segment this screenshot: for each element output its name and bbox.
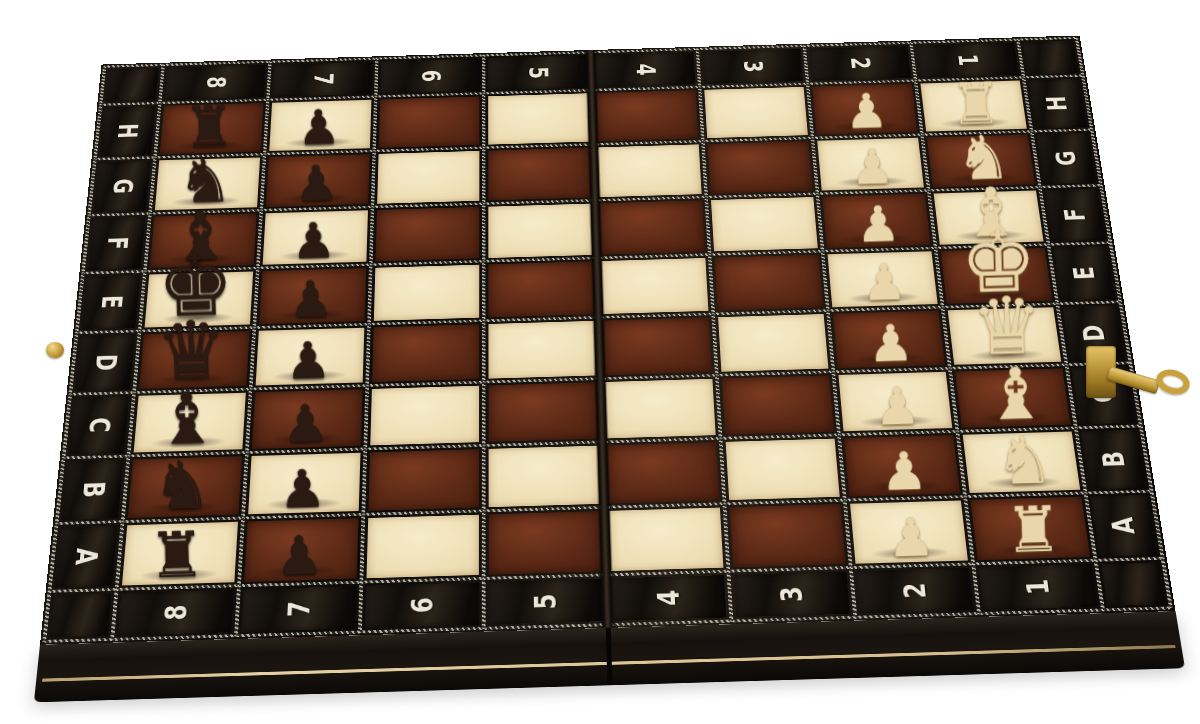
square-c6[interactable] — [370, 386, 479, 446]
piece-white-bishop-c1[interactable]: ♝ — [960, 357, 1071, 431]
square-f3[interactable] — [711, 197, 818, 251]
piece-white-pawn-a2[interactable]: ♟ — [854, 510, 968, 567]
coordinate-label: 6 — [417, 70, 443, 83]
coordinate-label: A — [1108, 517, 1140, 535]
square-g6[interactable] — [377, 151, 479, 204]
square-d7[interactable]: ♟ — [256, 328, 365, 386]
square-h4[interactable] — [596, 90, 698, 141]
square-g2[interactable]: ♟ — [817, 138, 924, 191]
coordinate-label: 7 — [309, 73, 336, 86]
square-a6[interactable] — [366, 515, 478, 579]
rank-label-bottom-6: 6 — [365, 582, 479, 628]
file-label-left-e: E — [82, 275, 140, 330]
coordinate-label: 5 — [530, 593, 560, 610]
square-d3[interactable] — [718, 314, 828, 372]
rank-label-bottom-5: 5 — [489, 579, 603, 625]
rank-label-top-3: 3 — [702, 49, 803, 84]
frame-corner — [1101, 562, 1165, 606]
coordinate-label: 8 — [202, 76, 229, 89]
piece-black-pawn-b7[interactable]: ♟ — [246, 462, 358, 518]
file-label-left-g: G — [94, 161, 150, 213]
coordinate-label: G — [108, 178, 136, 194]
coordinate-label: F — [103, 236, 131, 250]
coordinate-label: E — [1069, 266, 1099, 280]
square-h7[interactable]: ♟ — [269, 100, 371, 151]
coordinate-label: A — [71, 547, 102, 565]
rank-label-top-7: 7 — [272, 62, 372, 97]
rank-label-bottom-7: 7 — [241, 586, 356, 632]
square-c4[interactable] — [605, 379, 716, 439]
piece-black-pawn-c7[interactable]: ♟ — [250, 397, 360, 452]
piece-white-pawn-g2[interactable]: ♟ — [821, 142, 925, 193]
coordinate-label: 2 — [846, 57, 873, 70]
square-g5[interactable] — [488, 148, 590, 201]
piece-white-pawn-f2[interactable]: ♟ — [826, 198, 931, 250]
square-h3[interactable] — [704, 87, 808, 138]
file-label-right-a: A — [1091, 495, 1157, 557]
piece-white-pawn-b2[interactable]: ♟ — [848, 444, 960, 500]
square-f6[interactable] — [376, 207, 480, 261]
rank-label-top-6: 6 — [380, 58, 479, 93]
square-b7[interactable]: ♟ — [248, 453, 360, 515]
square-d5[interactable] — [488, 321, 595, 379]
square-a3[interactable] — [730, 504, 846, 567]
rank-label-bottom-4: 4 — [611, 575, 726, 621]
square-a4[interactable] — [609, 508, 723, 571]
coordinate-label: 1 — [953, 54, 981, 67]
brass-clasp-loop — [1153, 366, 1192, 398]
coordinate-label: H — [114, 123, 142, 139]
square-d6[interactable] — [372, 324, 479, 382]
coordinate-label: D — [1078, 324, 1109, 341]
rank-label-top-2: 2 — [809, 46, 911, 81]
piece-black-rook-a8[interactable]: ♜ — [120, 522, 234, 588]
piece-black-pawn-f7[interactable]: ♟ — [261, 215, 366, 267]
square-c1[interactable]: ♝ — [955, 368, 1071, 427]
file-label-right-b: B — [1081, 430, 1146, 490]
coordinate-label: 3 — [776, 586, 807, 603]
piece-black-pawn-g7[interactable]: ♟ — [264, 158, 368, 209]
piece-black-pawn-h7[interactable]: ♟ — [268, 103, 370, 154]
square-g3[interactable] — [708, 141, 813, 194]
brass-hinge-knob — [46, 342, 64, 358]
file-label-left-b: B — [62, 460, 124, 520]
file-label-left-d: D — [75, 334, 134, 390]
piece-white-knight-b1[interactable]: ♞ — [968, 427, 1081, 496]
piece-white-pawn-h2[interactable]: ♟ — [816, 87, 918, 138]
coordinate-label: H — [1043, 96, 1072, 112]
square-d2[interactable]: ♟ — [833, 311, 945, 369]
square-c3[interactable] — [722, 375, 834, 435]
square-e7[interactable]: ♟ — [259, 268, 366, 324]
rank-label-bottom-2: 2 — [856, 568, 974, 614]
coordinate-label: E — [97, 295, 126, 309]
file-label-right-f: F — [1045, 189, 1105, 242]
frame-corner — [50, 593, 112, 637]
square-e4[interactable] — [601, 258, 708, 314]
file-label-right-g: G — [1037, 133, 1096, 184]
square-f7[interactable]: ♟ — [263, 210, 368, 265]
square-b3[interactable] — [726, 439, 840, 500]
square-f5[interactable] — [488, 204, 592, 258]
coordinate-label: 4 — [653, 590, 683, 607]
square-g7[interactable]: ♟ — [266, 154, 370, 207]
piece-black-pawn-d7[interactable]: ♟ — [254, 334, 363, 388]
file-label-right-e: E — [1054, 246, 1116, 300]
coordinate-label: D — [90, 354, 120, 371]
coordinate-label: B — [78, 481, 108, 498]
coordinate-label: B — [1098, 451, 1129, 468]
piece-white-pawn-c2[interactable]: ♟ — [842, 379, 952, 434]
coordinate-label: 5 — [524, 66, 550, 79]
piece-black-pawn-e7[interactable]: ♟ — [258, 274, 365, 327]
file-label-right-h: H — [1028, 79, 1086, 129]
square-a1[interactable]: ♜ — [971, 497, 1091, 560]
square-a8[interactable]: ♜ — [122, 522, 238, 586]
coordinate-label: 1 — [1022, 579, 1054, 596]
coordinate-label: F — [1060, 208, 1089, 222]
coordinate-label: 7 — [284, 600, 314, 617]
square-c2[interactable]: ♟ — [838, 372, 952, 431]
square-g4[interactable] — [598, 144, 702, 197]
coordinate-label: G — [1052, 150, 1081, 166]
piece-white-pawn-e2[interactable]: ♟ — [831, 257, 938, 310]
square-c7[interactable]: ♟ — [252, 389, 363, 449]
piece-white-pawn-d2[interactable]: ♟ — [837, 317, 946, 371]
square-e3[interactable] — [714, 255, 823, 311]
coordinate-label: 6 — [407, 597, 437, 614]
piece-black-knight-b8[interactable]: ♞ — [126, 452, 239, 521]
square-c8[interactable]: ♝ — [134, 393, 246, 453]
box-front-split — [606, 628, 613, 686]
square-b5[interactable] — [489, 446, 600, 508]
square-b6[interactable] — [368, 449, 479, 511]
file-label-left-a: A — [55, 525, 118, 587]
piece-black-bishop-c8[interactable]: ♝ — [131, 381, 242, 455]
square-a7[interactable]: ♟ — [244, 518, 358, 582]
file-label-left-f: F — [88, 217, 145, 270]
coordinate-label: 2 — [899, 582, 930, 599]
frame-corner — [105, 68, 158, 102]
square-f4[interactable] — [600, 200, 705, 254]
frame-corner — [1023, 41, 1078, 75]
coordinate-label: 3 — [739, 60, 766, 73]
square-e5[interactable] — [488, 261, 593, 317]
file-label-left-h: H — [100, 106, 156, 156]
file-label-left-c: C — [69, 396, 129, 454]
rank-label-bottom-8: 8 — [118, 590, 234, 636]
square-a5[interactable] — [489, 511, 601, 575]
chessboard-scene: 87654321H♜♟♟♜HG♞♟♟♞GF♝♟♟♝FE♚♟♟♚ED♛♟♟♛DC♝… — [14, 0, 1178, 724]
rank-label-top-5: 5 — [488, 55, 587, 90]
rank-label-bottom-3: 3 — [734, 572, 850, 618]
square-h6[interactable] — [379, 96, 480, 147]
coordinate-label: 8 — [161, 604, 192, 621]
square-b1[interactable]: ♞ — [963, 432, 1081, 493]
coordinate-label: 4 — [632, 63, 659, 76]
rank-label-bottom-1: 1 — [979, 564, 1098, 610]
square-e2[interactable]: ♟ — [828, 251, 938, 307]
square-b4[interactable] — [607, 442, 719, 503]
rank-label-top-4: 4 — [595, 52, 695, 87]
coordinate-label: C — [84, 417, 114, 433]
square-e6[interactable] — [374, 265, 479, 321]
square-c5[interactable] — [489, 382, 598, 442]
square-a2[interactable]: ♟ — [850, 500, 968, 563]
square-f2[interactable]: ♟ — [822, 194, 930, 248]
brass-latch-clasp[interactable] — [1086, 344, 1200, 414]
square-h5[interactable] — [488, 93, 589, 144]
square-h2[interactable]: ♟ — [812, 84, 917, 135]
piece-white-rook-a1[interactable]: ♜ — [976, 497, 1090, 563]
box-front-wood-stripe — [42, 645, 1175, 682]
piece-black-pawn-a7[interactable]: ♟ — [242, 528, 356, 585]
chessboard: 87654321H♜♟♟♜HG♞♟♟♞GF♝♟♟♝FE♚♟♟♚ED♛♟♟♛DC♝… — [34, 36, 1185, 703]
square-b2[interactable]: ♟ — [844, 435, 960, 496]
square-b8[interactable]: ♞ — [128, 456, 242, 518]
square-d4[interactable] — [603, 317, 712, 375]
